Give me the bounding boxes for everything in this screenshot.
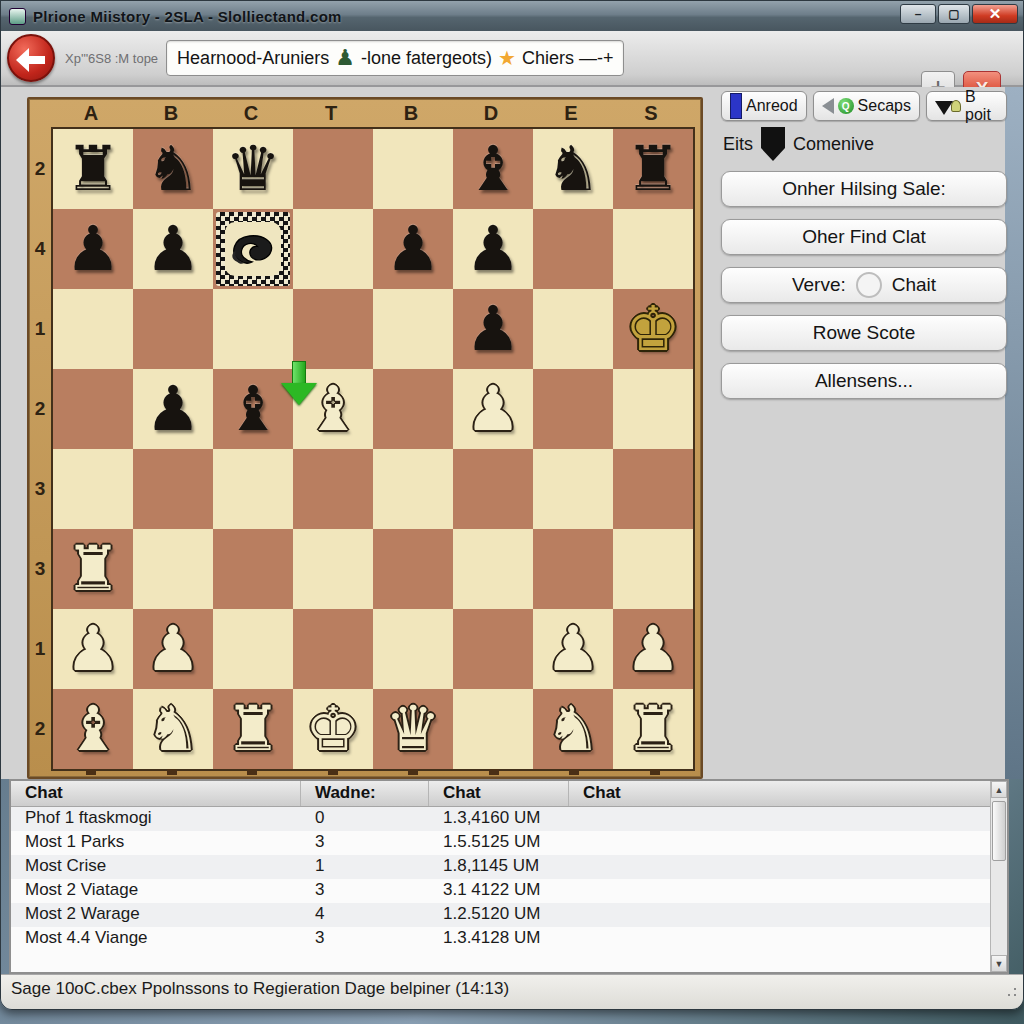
rank-label-4: 3 (29, 449, 51, 529)
white-pawn: ♟ (625, 609, 681, 689)
square-h4[interactable] (613, 449, 693, 529)
square-b2[interactable]: ♟ (133, 609, 213, 689)
gray-arrow-icon (822, 98, 834, 114)
square-d2[interactable] (293, 609, 373, 689)
square-a5[interactable] (53, 369, 133, 449)
square-f2[interactable] (453, 609, 533, 689)
resize-grip-icon[interactable] (1003, 983, 1017, 997)
table-row[interactable]: Most Crise11.8,1145 UM (11, 855, 1007, 879)
square-g7[interactable] (533, 209, 613, 289)
black-queen: ♛ (225, 129, 281, 209)
table-cell (569, 831, 1007, 855)
desktop-background-band (1005, 87, 1023, 779)
close-button[interactable]: ✕ (972, 4, 1018, 24)
square-g3[interactable] (533, 529, 613, 609)
table-cell: 1.5.5125 UM (429, 831, 569, 855)
black-pawn: ♟ (465, 289, 521, 369)
rank-label-5: 3 (29, 529, 51, 609)
square-f3[interactable] (453, 529, 533, 609)
rank-label-2: 1 (29, 289, 51, 369)
square-g2[interactable]: ♟ (533, 609, 613, 689)
table-cell: 3 (301, 879, 429, 903)
table-header-2[interactable]: Wadne: (301, 781, 429, 806)
file-label-5: D (451, 100, 531, 126)
square-d7[interactable] (293, 209, 373, 289)
mini-button-b-poit[interactable]: B poit (926, 91, 1007, 121)
table-cell: Most 2 Viatage (11, 879, 301, 903)
square-e6[interactable] (373, 289, 453, 369)
file-label-4: B (371, 100, 451, 126)
table-cell (569, 807, 1007, 831)
black-pawn: ♟ (145, 369, 201, 449)
white-pawn: ♟ (545, 609, 601, 689)
white-pawn: ♟ (65, 609, 121, 689)
sidebar-button-verve-chait[interactable]: Verve:Chait (721, 267, 1007, 303)
table-header-4[interactable]: Chat (569, 781, 1007, 806)
square-e4[interactable] (373, 449, 453, 529)
square-h2[interactable]: ♟ (613, 609, 693, 689)
sidebar: AnreodQSecapsB poit Eits Comenive Onher … (721, 91, 1007, 775)
square-a4[interactable] (53, 449, 133, 529)
black-bishop: ♝ (465, 129, 521, 209)
rank-label-3: 2 (29, 369, 51, 449)
marker-frame (216, 212, 290, 286)
black-pawn: ♟ (465, 209, 521, 289)
black-knight: ♞ (145, 129, 201, 209)
table-header-1[interactable]: Chat (11, 781, 301, 806)
maximize-button[interactable]: ▢ (938, 4, 970, 24)
square-c6[interactable] (213, 289, 293, 369)
square-c7[interactable] (213, 209, 293, 289)
rank-label-1: 4 (29, 209, 51, 289)
black-rook: ♜ (65, 129, 121, 209)
square-e8[interactable] (373, 129, 453, 209)
black-pennant-icon (761, 127, 785, 161)
square-b5[interactable]: ♟ (133, 369, 213, 449)
app-icon (9, 8, 26, 25)
mini-button-anreod[interactable]: Anreod (721, 91, 807, 121)
square-f8[interactable]: ♝ (453, 129, 533, 209)
curled-piece-icon (225, 222, 281, 276)
square-b4[interactable] (133, 449, 213, 529)
square-d8[interactable] (293, 129, 373, 209)
toolbar: Xp'"6S8 :M tope Hearnood-Aruniers ♟ -lon… (1, 31, 1023, 87)
square-f5[interactable]: ♟ (453, 369, 533, 449)
square-b7[interactable]: ♟ (133, 209, 213, 289)
table-cell: 3 (301, 927, 429, 951)
table-cell: 1.8,1145 UM (429, 855, 569, 879)
square-d6[interactable] (293, 289, 373, 369)
table-cell: Most 1 Parks (11, 831, 301, 855)
black-pawn: ♟ (385, 209, 441, 289)
file-label-2: C (211, 100, 291, 126)
file-label-3: T (291, 100, 371, 126)
file-label-6: E (531, 100, 611, 126)
board-tick-marks (51, 769, 695, 775)
square-a6[interactable] (53, 289, 133, 369)
white-rook: ♜ (65, 529, 121, 609)
statusbar: Sage 10oC.cbex Ppolnssons to Regieration… (1, 974, 1023, 1010)
square-a2[interactable]: ♟ (53, 609, 133, 689)
rank-label-6: 1 (29, 609, 51, 689)
square-c8[interactable]: ♛ (213, 129, 293, 209)
table-cell: 3 (301, 831, 429, 855)
table-cell (569, 879, 1007, 903)
square-a1[interactable]: ♝ (53, 689, 133, 769)
black-pawn: ♟ (65, 209, 121, 289)
black-funnel-icon (935, 101, 953, 115)
game-descriptor: -lone fatergeots) (361, 48, 492, 69)
white-queen: ♛ (385, 689, 441, 769)
white-rook: ♜ (225, 689, 281, 769)
square-e1[interactable]: ♛ (373, 689, 453, 769)
table-cell: Most 4.4 Viange (11, 927, 301, 951)
table-cell: 3.1 4122 UM (429, 879, 569, 903)
file-labels: ABCTBDES (51, 100, 691, 126)
table-cell: 1.3.4128 UM (429, 927, 569, 951)
white-king: ♚ (305, 689, 361, 769)
gold-king: ♚ (625, 289, 681, 369)
toolbar-faint-text: Xp'"6S8 :M tope (65, 51, 158, 66)
back-button[interactable] (7, 34, 55, 82)
minimize-button[interactable]: – (900, 4, 936, 24)
sidebar-button-onher-hilsing-sale[interactable]: Onher Hilsing Sale: (721, 171, 1007, 207)
square-e7[interactable]: ♟ (373, 209, 453, 289)
square-h8[interactable]: ♜ (613, 129, 693, 209)
square-e5[interactable] (373, 369, 453, 449)
game-header-field[interactable]: Hearnood-Aruniers ♟ -lone fatergeots) ★ … (166, 40, 624, 76)
table-header-3[interactable]: Chat (429, 781, 569, 806)
table-row[interactable]: Most 4.4 Viange31.3.4128 UM (11, 927, 1007, 951)
square-c2[interactable] (213, 609, 293, 689)
white-rook: ♜ (625, 689, 681, 769)
table-row[interactable]: Most 1 Parks31.5.5125 UM (11, 831, 1007, 855)
blue-bar-icon (730, 93, 742, 119)
table-cell: 1.2.5120 UM (429, 903, 569, 927)
file-label-7: S (611, 100, 691, 126)
rank-label-0: 2 (29, 129, 51, 209)
square-h7[interactable] (613, 209, 693, 289)
table-cell (569, 855, 1007, 879)
scroll-up-icon[interactable]: ▲ (991, 781, 1007, 798)
table-cell: 0 (301, 807, 429, 831)
scroll-thumb[interactable] (992, 801, 1006, 861)
square-f4[interactable] (453, 449, 533, 529)
table-cell (569, 927, 1007, 951)
caption-left-label: Eits (723, 134, 753, 155)
black-pawn: ♟ (145, 209, 201, 289)
green-dot-icon: Q (838, 98, 854, 114)
window-title: Plrione Miistory - 2SLA - Slolliectand.c… (33, 8, 342, 25)
scroll-down-icon[interactable]: ▼ (991, 955, 1007, 972)
file-label-0: A (51, 100, 131, 126)
square-g5[interactable] (533, 369, 613, 449)
mini-button-secaps[interactable]: QSecaps (813, 91, 920, 121)
table-cell: 4 (301, 903, 429, 927)
square-d4[interactable] (293, 449, 373, 529)
table-cell: 1.3,4160 UM (429, 807, 569, 831)
square-b1[interactable]: ♞ (133, 689, 213, 769)
chat-move-table: ChatWadne:ChatChat Phof 1 ftaskmogi01.3,… (9, 779, 1009, 974)
chess-board-frame: ABCTBDES 24123312 ♜♞♛♝♞♜♟♟♟♟♟♚♟♝♝♟♜♟♟♟♟♝… (27, 97, 703, 779)
square-f7[interactable]: ♟ (453, 209, 533, 289)
star-icon: ★ (498, 48, 516, 68)
square-e3[interactable] (373, 529, 453, 609)
table-cell: Most 2 Warage (11, 903, 301, 927)
black-rook: ♜ (625, 129, 681, 209)
caption-right-label: Comenive (793, 134, 874, 155)
white-bishop: ♝ (65, 689, 121, 769)
table-scrollbar[interactable]: ▲ ▼ (990, 781, 1007, 972)
sidebar-button-allensens[interactable]: Allensens... (721, 363, 1007, 399)
square-f6[interactable]: ♟ (453, 289, 533, 369)
white-pawn: ♟ (465, 369, 521, 449)
rank-labels: 24123312 (29, 129, 51, 769)
square-d1[interactable]: ♚ (293, 689, 373, 769)
square-d3[interactable] (293, 529, 373, 609)
main-content: ABCTBDES 24123312 ♜♞♛♝♞♜♟♟♟♟♟♚♟♝♝♟♜♟♟♟♟♝… (1, 87, 1023, 779)
square-g6[interactable] (533, 289, 613, 369)
table-cell: Phof 1 ftaskmogi (11, 807, 301, 831)
square-h1[interactable]: ♜ (613, 689, 693, 769)
player-names: Hearnood-Aruniers (177, 48, 329, 69)
square-g4[interactable] (533, 449, 613, 529)
app-window: Plrione Miistory - 2SLA - Slolliectand.c… (0, 0, 1024, 1010)
square-a7[interactable]: ♟ (53, 209, 133, 289)
table-cell: 1 (301, 855, 429, 879)
white-pawn: ♟ (145, 609, 201, 689)
file-label-1: B (131, 100, 211, 126)
square-a3[interactable]: ♜ (53, 529, 133, 609)
square-h6[interactable]: ♚ (613, 289, 693, 369)
square-h5[interactable] (613, 369, 693, 449)
status-text: Sage 10oC.cbex Ppolnssons to Regieration… (11, 979, 509, 999)
table-cell (569, 903, 1007, 927)
titlebar[interactable]: Plrione Miistory - 2SLA - Slolliectand.c… (1, 1, 1023, 31)
table-row[interactable]: Most 2 Viatage33.1 4122 UM (11, 879, 1007, 903)
table-row[interactable]: Most 2 Warage41.2.5120 UM (11, 903, 1007, 927)
square-a8[interactable]: ♜ (53, 129, 133, 209)
table-header-row: ChatWadne:ChatChat (11, 781, 1007, 807)
square-b3[interactable] (133, 529, 213, 609)
square-g8[interactable]: ♞ (533, 129, 613, 209)
black-knight: ♞ (545, 129, 601, 209)
pawn-icon: ♟ (335, 47, 355, 69)
sidebar-button-rowe-scote[interactable]: Rowe Scote (721, 315, 1007, 351)
radio-circle-icon (856, 272, 882, 298)
table-cell: Most Crise (11, 855, 301, 879)
square-h3[interactable] (613, 529, 693, 609)
square-e2[interactable] (373, 609, 453, 689)
square-c3[interactable] (213, 529, 293, 609)
square-b8[interactable]: ♞ (133, 129, 213, 209)
square-c4[interactable] (213, 449, 293, 529)
square-g1[interactable]: ♞ (533, 689, 613, 769)
black-bishop: ♝ (225, 369, 281, 449)
move-arrow-icon (281, 361, 317, 407)
chess-board: ♜♞♛♝♞♜♟♟♟♟♟♚♟♝♝♟♜♟♟♟♟♝♞♜♚♛♞♜ (51, 127, 695, 771)
sidebar-button-oher-find-clat[interactable]: Oher Find Clat (721, 219, 1007, 255)
square-f1[interactable] (453, 689, 533, 769)
table-row[interactable]: Phof 1 ftaskmogi01.3,4160 UM (11, 807, 1007, 831)
square-c1[interactable]: ♜ (213, 689, 293, 769)
white-knight: ♞ (545, 689, 601, 769)
game-tag: Chiers —-+ (522, 48, 614, 69)
white-knight: ♞ (145, 689, 201, 769)
rank-label-7: 2 (29, 689, 51, 769)
square-b6[interactable] (133, 289, 213, 369)
